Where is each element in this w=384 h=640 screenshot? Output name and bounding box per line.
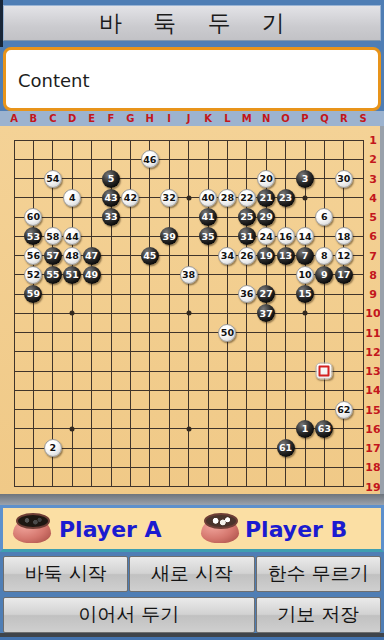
column-label-K: K: [204, 113, 212, 124]
stone-white-move-34: 34: [218, 247, 236, 265]
stone-white-move-22: 22: [238, 189, 256, 207]
column-label-O: O: [281, 113, 290, 124]
stone-white-move-56: 56: [24, 247, 42, 265]
stone-white-move-48: 48: [63, 247, 81, 265]
stone-black-move-45: 45: [141, 247, 159, 265]
stone-white-move-36: 36: [238, 285, 256, 303]
row-label-13: 13: [365, 365, 380, 378]
stone-white-move-16: 16: [277, 227, 295, 245]
stone-white-move-14: 14: [296, 227, 314, 245]
stone-black-move-59: 59: [24, 285, 42, 303]
row-label-18: 18: [365, 461, 380, 474]
stone-black-move-25: 25: [238, 208, 256, 226]
row-label-9: 9: [369, 288, 377, 301]
star-point-J16: [186, 426, 191, 431]
row-label-8: 8: [369, 268, 377, 281]
stone-black-move-31: 31: [238, 227, 256, 245]
column-label-P: P: [301, 113, 308, 124]
grid-line: [14, 371, 363, 372]
column-label-C: C: [49, 113, 56, 124]
stone-white-move-46: 46: [141, 150, 159, 168]
grid-line: [14, 332, 363, 333]
grid-line: [14, 351, 363, 352]
stone-white-move-12: 12: [335, 247, 353, 265]
column-label-H: H: [146, 113, 154, 124]
player-b-label: Player B: [245, 516, 347, 541]
stone-black-move-7: 7: [296, 247, 314, 265]
go-board[interactable]: 1234567891011121314151617181912345678910…: [0, 126, 384, 494]
grid-line: [14, 486, 363, 487]
stone-white-move-32: 32: [160, 189, 178, 207]
row-label-5: 5: [369, 211, 377, 224]
stone-white-move-62: 62: [335, 401, 353, 419]
stone-black-move-41: 41: [199, 208, 217, 226]
new-game-button[interactable]: 새로 시작: [129, 556, 254, 592]
next-move-marker: [316, 363, 333, 380]
stone-white-move-30: 30: [335, 170, 353, 188]
row-label-17: 17: [365, 442, 380, 455]
star-point-J10: [186, 311, 191, 316]
stone-white-move-20: 20: [257, 170, 275, 188]
stone-white-move-42: 42: [121, 189, 139, 207]
player-bar: Player A Player B: [0, 505, 384, 552]
column-label-E: E: [88, 113, 95, 124]
row-label-11: 11: [365, 326, 380, 339]
player-a-label: Player A: [59, 516, 162, 541]
column-label-J: J: [187, 113, 191, 124]
stone-black-move-23: 23: [277, 189, 295, 207]
stone-white-move-6: 6: [315, 208, 333, 226]
stone-black-move-37: 37: [257, 304, 275, 322]
row-label-10: 10: [365, 307, 380, 320]
continue-game-button[interactable]: 이어서 두기: [3, 597, 255, 633]
stone-white-move-28: 28: [218, 189, 236, 207]
column-label-I: I: [167, 113, 171, 124]
white-stones-in-bowl: [204, 513, 238, 529]
row-label-1: 1: [369, 134, 377, 147]
stone-black-move-33: 33: [102, 208, 120, 226]
stone-white-move-10: 10: [296, 266, 314, 284]
column-label-G: G: [126, 113, 134, 124]
white-stone-bowl-icon: [201, 513, 239, 544]
stone-white-move-40: 40: [199, 189, 217, 207]
row-label-19: 19: [365, 480, 380, 493]
stone-black-move-15: 15: [296, 285, 314, 303]
stone-black-move-13: 13: [277, 247, 295, 265]
start-game-button[interactable]: 바둑 시작: [3, 556, 128, 592]
black-stones-in-bowl: [16, 513, 50, 529]
stone-black-move-47: 47: [83, 247, 101, 265]
row-label-6: 6: [369, 230, 377, 243]
save-record-button[interactable]: 기보 저장: [256, 597, 381, 633]
grid-line: [14, 448, 363, 449]
content-text: Content: [18, 70, 90, 91]
stone-white-move-2: 2: [44, 439, 62, 457]
row-label-4: 4: [369, 191, 377, 204]
column-label-S: S: [360, 113, 367, 124]
row-label-15: 15: [365, 403, 380, 416]
grid-line: [14, 390, 363, 391]
stone-white-move-26: 26: [238, 247, 256, 265]
row-label-14: 14: [365, 384, 380, 397]
board-column-labels: ABCDEFGHIJKLMNOPQRS: [0, 111, 384, 126]
content-field[interactable]: Content: [3, 47, 381, 111]
star-point-P4: [303, 195, 308, 200]
stone-black-move-3: 3: [296, 170, 314, 188]
column-label-A: A: [10, 113, 18, 124]
stone-white-move-60: 60: [24, 208, 42, 226]
stone-white-move-50: 50: [218, 324, 236, 342]
column-label-L: L: [224, 113, 230, 124]
stone-black-move-57: 57: [44, 247, 62, 265]
stone-white-move-24: 24: [257, 227, 275, 245]
stone-white-move-52: 52: [24, 266, 42, 284]
stone-black-move-21: 21: [257, 189, 275, 207]
grid-line: [363, 140, 364, 487]
stone-black-move-27: 27: [257, 285, 275, 303]
column-label-Q: Q: [320, 113, 329, 124]
title-bar: 바 둑 두 기: [3, 5, 381, 41]
column-label-N: N: [262, 113, 270, 124]
star-point-D10: [70, 311, 75, 316]
star-point-D16: [70, 426, 75, 431]
stone-black-move-63: 63: [315, 420, 333, 438]
board-bottom-edge: [0, 494, 384, 505]
red-square-icon: [319, 366, 330, 377]
stone-black-move-1: 1: [296, 420, 314, 438]
stone-white-move-8: 8: [315, 247, 333, 265]
grid-line: [343, 140, 344, 487]
undo-move-button[interactable]: 한수 무르기: [256, 556, 381, 592]
control-buttons: 바둑 시작 새로 시작 한수 무르기 이어서 두기 기보 저장: [3, 556, 381, 633]
column-label-B: B: [30, 113, 38, 124]
stone-black-move-35: 35: [199, 227, 217, 245]
stone-black-move-19: 19: [257, 247, 275, 265]
column-label-M: M: [242, 113, 252, 124]
stone-black-move-61: 61: [277, 439, 295, 457]
row-label-12: 12: [365, 345, 380, 358]
stone-black-move-43: 43: [102, 189, 120, 207]
row-label-3: 3: [369, 172, 377, 185]
stone-white-move-58: 58: [44, 227, 62, 245]
star-point-J4: [186, 195, 191, 200]
star-point-P10: [303, 311, 308, 316]
stone-white-move-44: 44: [63, 227, 81, 245]
column-label-R: R: [340, 113, 348, 124]
app-title: 바 둑 두 기: [87, 8, 297, 39]
stone-black-move-53: 53: [24, 227, 42, 245]
stone-white-move-4: 4: [63, 189, 81, 207]
stone-black-move-17: 17: [335, 266, 353, 284]
stone-black-move-39: 39: [160, 227, 178, 245]
stone-black-move-5: 5: [102, 170, 120, 188]
grid-line: [14, 467, 363, 468]
black-stone-bowl-icon: [13, 513, 51, 544]
row-label-2: 2: [369, 153, 377, 166]
stone-black-move-29: 29: [257, 208, 275, 226]
stone-black-move-55: 55: [44, 266, 62, 284]
row-label-16: 16: [365, 422, 380, 435]
grid-line: [14, 409, 363, 410]
stone-black-move-51: 51: [63, 266, 81, 284]
stone-white-move-54: 54: [44, 170, 62, 188]
stone-black-move-9: 9: [315, 266, 333, 284]
stone-white-move-18: 18: [335, 227, 353, 245]
column-label-D: D: [68, 113, 76, 124]
row-label-7: 7: [369, 249, 377, 262]
stone-white-move-38: 38: [180, 266, 198, 284]
stone-black-move-49: 49: [83, 266, 101, 284]
column-label-F: F: [108, 113, 115, 124]
